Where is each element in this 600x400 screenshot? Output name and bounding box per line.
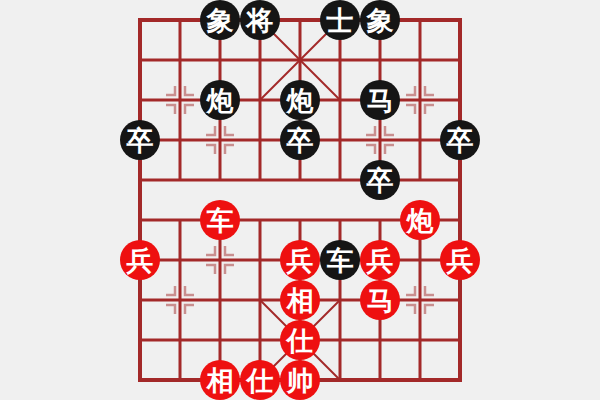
piece-black-advisor[interactable]: 士 [320,0,360,40]
piece-red-horse[interactable]: 马 [360,280,400,320]
piece-black-soldier[interactable]: 卒 [360,160,400,200]
piece-black-horse[interactable]: 马 [360,80,400,120]
piece-black-general[interactable]: 将 [240,0,280,40]
piece-black-elephant[interactable]: 象 [200,0,240,40]
piece-black-soldier[interactable]: 卒 [280,120,320,160]
piece-black-cannon[interactable]: 炮 [200,80,240,120]
piece-black-cannon[interactable]: 炮 [280,80,320,120]
piece-black-elephant[interactable]: 象 [360,0,400,40]
piece-black-soldier[interactable]: 卒 [440,120,480,160]
piece-red-soldier[interactable]: 兵 [280,240,320,280]
piece-red-elephant[interactable]: 相 [280,280,320,320]
board-grid[interactable]: 象将士象炮炮马卒卒卒卒车炮兵兵车兵兵相马仕相仕帅 [120,0,480,400]
piece-red-advisor[interactable]: 仕 [280,320,320,360]
piece-black-chariot[interactable]: 车 [320,240,360,280]
xiangqi-board: 象将士象炮炮马卒卒卒卒车炮兵兵车兵兵相马仕相仕帅 [0,0,600,400]
piece-red-soldier[interactable]: 兵 [360,240,400,280]
piece-red-elephant[interactable]: 相 [200,360,240,400]
piece-red-chariot[interactable]: 车 [200,200,240,240]
piece-red-advisor[interactable]: 仕 [240,360,280,400]
piece-red-cannon[interactable]: 炮 [400,200,440,240]
piece-red-soldier[interactable]: 兵 [440,240,480,280]
piece-black-soldier[interactable]: 卒 [120,120,160,160]
piece-red-general[interactable]: 帅 [280,360,320,400]
piece-red-soldier[interactable]: 兵 [120,240,160,280]
